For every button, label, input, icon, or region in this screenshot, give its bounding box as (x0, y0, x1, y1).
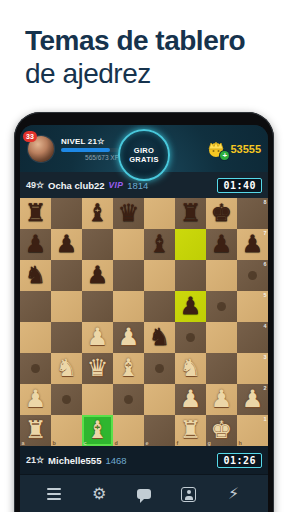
profile-card-shape (181, 487, 196, 502)
piece-white-rook-a1: ♜ (20, 415, 51, 446)
piece-black-pawn-g7: ♟ (206, 229, 237, 260)
square-f5[interactable]: ♟ (175, 291, 206, 322)
piece-black-knight-e4: ♞ (144, 322, 175, 353)
square-f1[interactable]: ♜f (175, 415, 206, 446)
square-e3[interactable] (144, 353, 175, 384)
piece-black-knight-a6: ♞ (20, 260, 51, 291)
square-h8[interactable]: 8 (237, 198, 268, 229)
page-heading: Temas de tablero de ajedrez (25, 24, 245, 90)
player-bar: 21☆ Michelle555 1468 01:26 (20, 446, 268, 474)
square-e2[interactable] (144, 384, 175, 415)
square-a7[interactable]: ♟ (20, 229, 51, 260)
settings-icon[interactable]: ⚙ (89, 484, 109, 504)
rank-label-3: 3 (263, 354, 266, 360)
vip-badge: VIP (109, 180, 124, 190)
square-c3[interactable]: ♛ (82, 353, 113, 384)
piece-black-bishop-e7: ♝ (144, 229, 175, 260)
square-f6[interactable] (175, 260, 206, 291)
menu-icon[interactable] (44, 484, 64, 504)
move-hint-d2 (124, 395, 133, 404)
piece-black-pawn-a7: ♟ (20, 229, 51, 260)
square-b1[interactable]: b (51, 415, 82, 446)
square-f8[interactable]: ♜ (175, 198, 206, 229)
square-h6[interactable]: 6 (237, 260, 268, 291)
square-g3[interactable] (206, 353, 237, 384)
square-a2[interactable]: ♟ (20, 384, 51, 415)
piece-black-king-g8: ♚ (206, 198, 237, 229)
piece-white-pawn-g2: ♟ (206, 384, 237, 415)
file-label-h: h (239, 440, 242, 446)
piece-black-pawn-h7: ♟ (237, 229, 268, 260)
piece-white-pawn-d4: ♟ (113, 322, 144, 353)
rank-label-2: 2 (263, 385, 266, 391)
square-g5[interactable] (206, 291, 237, 322)
square-e6[interactable] (144, 260, 175, 291)
square-h2[interactable]: ♟2 (237, 384, 268, 415)
phone-frame: 33 NIVEL 21☆ 565/673 XP GIRO GRATIS (14, 112, 274, 512)
player-level: 21☆ (26, 455, 44, 465)
square-c1[interactable]: ♝c (82, 415, 113, 446)
coins-block[interactable]: + 53555 (206, 140, 261, 158)
square-e5[interactable] (144, 291, 175, 322)
square-a5[interactable] (20, 291, 51, 322)
square-g4[interactable] (206, 322, 237, 353)
chat-icon[interactable] (134, 484, 154, 504)
piece-white-bishop-c1: ♝ (82, 415, 113, 446)
piece-black-pawn-f5: ♟ (175, 291, 206, 322)
rank-label-4: 4 (263, 323, 266, 329)
move-hint-a3 (31, 364, 40, 373)
chess-board: ♜♝♛♜♚8♟♟♝♟♟7♞♟6♟5♟♟♞4♞♛♝♞3♟♟♟♟2♜ab♝cde♜f… (20, 198, 268, 446)
square-b4[interactable] (51, 322, 82, 353)
rank-label-1: 1 (263, 416, 266, 422)
app-header: 33 NIVEL 21☆ 565/673 XP GIRO GRATIS (20, 125, 268, 172)
square-a3[interactable] (20, 353, 51, 384)
square-d7[interactable] (113, 229, 144, 260)
square-g2[interactable]: ♟ (206, 384, 237, 415)
square-d5[interactable] (113, 291, 144, 322)
move-hint-g5 (217, 302, 226, 311)
square-b6[interactable] (51, 260, 82, 291)
file-label-b: b (53, 440, 56, 446)
free-spin-button[interactable]: GIRO GRATIS (118, 129, 170, 181)
square-d4[interactable]: ♟ (113, 322, 144, 353)
square-g8[interactable]: ♚ (206, 198, 237, 229)
square-c5[interactable] (82, 291, 113, 322)
opponent-rating: 1814 (127, 180, 148, 191)
square-e4[interactable]: ♞ (144, 322, 175, 353)
piece-black-bishop-c8: ♝ (82, 198, 113, 229)
move-hint-e3 (155, 364, 164, 373)
square-h7[interactable]: ♟7 (237, 229, 268, 260)
level-block: NIVEL 21☆ 565/673 XP (61, 137, 119, 161)
player-name[interactable]: Michelle555 (48, 455, 101, 466)
square-b2[interactable] (51, 384, 82, 415)
square-h5[interactable]: 5 (237, 291, 268, 322)
square-f3[interactable]: ♞ (175, 353, 206, 384)
square-g1[interactable]: ♚g (206, 415, 237, 446)
square-b7[interactable]: ♟ (51, 229, 82, 260)
profile-icon[interactable] (179, 484, 199, 504)
square-a1[interactable]: ♜a (20, 415, 51, 446)
square-g6[interactable] (206, 260, 237, 291)
rank-label-6: 6 (263, 261, 266, 267)
free-spin-line2: GRATIS (129, 155, 159, 164)
user-avatar[interactable]: 33 (27, 135, 55, 163)
square-c6[interactable]: ♟ (82, 260, 113, 291)
square-f7[interactable] (175, 229, 206, 260)
piece-black-queen-d8: ♛ (113, 198, 144, 229)
file-label-c: c (84, 440, 87, 446)
coin-count: 53555 (230, 143, 261, 155)
piece-black-pawn-b7: ♟ (51, 229, 82, 260)
player-rating: 1468 (105, 455, 126, 466)
piece-black-pawn-c6: ♟ (82, 260, 113, 291)
opponent-clock: 01:40 (217, 178, 262, 193)
square-f2[interactable]: ♟ (175, 384, 206, 415)
square-a8[interactable]: ♜ (20, 198, 51, 229)
piece-white-bishop-d3: ♝ (113, 353, 144, 384)
file-label-e: e (146, 440, 149, 446)
chat-bubble-shape (137, 489, 151, 499)
piece-white-pawn-a2: ♟ (20, 384, 51, 415)
free-spin-line1: GIRO (134, 146, 154, 155)
square-h1[interactable]: 1h (237, 415, 268, 446)
hamburger-bars (47, 488, 61, 500)
square-c8[interactable]: ♝ (82, 198, 113, 229)
file-label-f: f (177, 440, 179, 446)
piece-black-rook-f8: ♜ (175, 198, 206, 229)
square-e8[interactable] (144, 198, 175, 229)
piece-black-rook-a8: ♜ (20, 198, 51, 229)
square-h4[interactable]: 4 (237, 322, 268, 353)
square-d1[interactable]: d (113, 415, 144, 446)
player-clock: 01:26 (217, 453, 262, 468)
xp-progress-track (61, 148, 119, 152)
piece-white-pawn-f2: ♟ (175, 384, 206, 415)
square-c4[interactable]: ♟ (82, 322, 113, 353)
xp-label: 565/673 XP (61, 154, 119, 161)
square-b8[interactable] (51, 198, 82, 229)
heading-line-1: Temas de tablero (25, 24, 245, 57)
square-e7[interactable]: ♝ (144, 229, 175, 260)
rank-label-7: 7 (263, 230, 266, 236)
phone-screen: 33 NIVEL 21☆ 565/673 XP GIRO GRATIS (20, 125, 268, 512)
bottom-toolbar: ⚙ ⚡ (20, 474, 268, 512)
square-a6[interactable]: ♞ (20, 260, 51, 291)
square-d2[interactable] (113, 384, 144, 415)
piece-white-knight-b3: ♞ (51, 353, 82, 384)
piece-white-knight-f3: ♞ (175, 353, 206, 384)
square-b5[interactable] (51, 291, 82, 322)
move-hint-f4 (186, 333, 195, 342)
square-d8[interactable]: ♛ (113, 198, 144, 229)
piece-white-king-g1: ♚ (206, 415, 237, 446)
xp-progress-fill (61, 148, 110, 152)
square-d6[interactable] (113, 260, 144, 291)
square-h3[interactable]: 3 (237, 353, 268, 384)
opponent-level: 49☆ (26, 180, 44, 190)
opponent-name[interactable]: Ocha club22 (48, 180, 105, 191)
heading-line-2: de ajedrez (25, 57, 245, 90)
crown-coin-icon: + (206, 140, 226, 158)
level-label: NIVEL 21☆ (61, 137, 119, 146)
notification-badge: 33 (23, 131, 37, 142)
square-c2[interactable] (82, 384, 113, 415)
piece-white-queen-c3: ♛ (82, 353, 113, 384)
piece-white-pawn-c4: ♟ (82, 322, 113, 353)
file-label-g: g (208, 440, 211, 446)
rank-label-5: 5 (263, 292, 266, 298)
piece-white-rook-f1: ♜ (175, 415, 206, 446)
square-g7[interactable]: ♟ (206, 229, 237, 260)
add-coins-icon[interactable]: + (220, 151, 229, 160)
square-d3[interactable]: ♝ (113, 353, 144, 384)
file-label-a: a (22, 440, 25, 446)
file-label-d: d (115, 440, 118, 446)
square-f4[interactable] (175, 322, 206, 353)
square-b3[interactable]: ♞ (51, 353, 82, 384)
square-e1[interactable]: e (144, 415, 175, 446)
move-hint-b2 (62, 395, 71, 404)
square-c7[interactable] (82, 229, 113, 260)
move-hint-h6 (248, 271, 257, 280)
lightning-icon[interactable]: ⚡ (224, 484, 244, 504)
piece-white-pawn-h2: ♟ (237, 384, 268, 415)
rank-label-8: 8 (263, 199, 266, 205)
square-a4[interactable] (20, 322, 51, 353)
